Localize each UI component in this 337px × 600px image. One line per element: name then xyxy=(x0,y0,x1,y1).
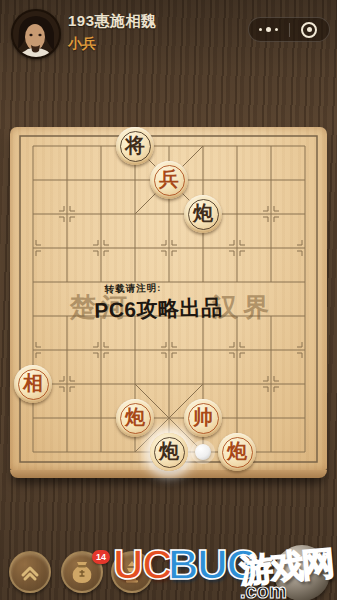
avatar-portrait xyxy=(13,11,59,57)
piece-character: 炮 xyxy=(193,203,213,223)
red-piece-帅[interactable]: 帅 xyxy=(184,399,222,437)
red-piece-兵[interactable]: 兵 xyxy=(150,161,188,199)
player-name: 小兵 xyxy=(68,35,96,53)
pagoda-icon xyxy=(119,559,145,585)
more-dots-icon xyxy=(275,28,278,31)
game-screen: 193惠施相魏 小兵 楚河 汉界 转载请注明: PC6攻略出品 将兵炮相炮帅炮炮 xyxy=(0,0,337,600)
piece-character: 炮 xyxy=(159,441,179,461)
collapse-button[interactable] xyxy=(9,551,51,593)
xiangqi-board[interactable]: 楚河 汉界 转载请注明: PC6攻略出品 将兵炮相炮帅炮炮 xyxy=(10,127,327,478)
chevron-up-icon xyxy=(17,559,43,585)
piece-character: 帅 xyxy=(193,407,213,427)
red-piece-炮[interactable]: 炮 xyxy=(218,433,256,471)
items-button[interactable] xyxy=(111,551,153,593)
stage-title: 193惠施相魏 xyxy=(68,12,157,31)
avatar xyxy=(11,9,61,59)
miniprogram-capsule xyxy=(248,17,330,42)
piece-character: 兵 xyxy=(159,169,179,189)
target-circle-icon xyxy=(301,22,317,38)
money-bag-icon xyxy=(69,559,95,585)
piece-character: 炮 xyxy=(125,407,145,427)
rewards-badge: 14 xyxy=(92,550,110,564)
piece-character: 将 xyxy=(125,135,145,155)
more-dots-icon xyxy=(266,27,271,32)
black-piece-炮[interactable]: 炮 xyxy=(184,195,222,233)
black-piece-将[interactable]: 将 xyxy=(116,127,154,165)
pieces-layer: 将兵炮相炮帅炮炮 xyxy=(16,129,322,469)
more-dots-icon xyxy=(259,28,262,31)
more-button[interactable] xyxy=(249,18,289,41)
piece-character: 炮 xyxy=(227,441,247,461)
board-bevel xyxy=(10,470,327,478)
move-hint-dot[interactable] xyxy=(195,444,211,460)
logo-bug: BUG xyxy=(168,541,258,589)
red-piece-相[interactable]: 相 xyxy=(14,365,52,403)
exit-button[interactable] xyxy=(290,18,330,41)
black-piece-炮[interactable]: 炮 xyxy=(150,433,188,471)
piece-character: 相 xyxy=(23,373,43,393)
drag-ball-button[interactable] xyxy=(274,545,330,600)
red-piece-炮[interactable]: 炮 xyxy=(116,399,154,437)
